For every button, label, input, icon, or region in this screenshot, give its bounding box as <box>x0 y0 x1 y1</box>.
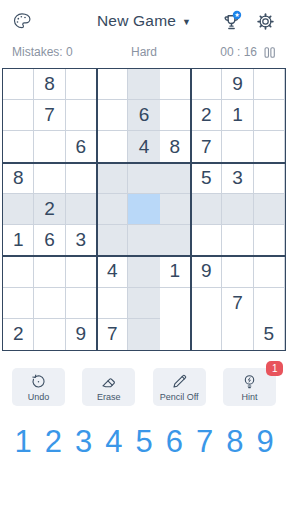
cell-r8c3[interactable] <box>66 288 97 319</box>
cell-r1c3[interactable] <box>66 69 97 100</box>
cell-r4c7[interactable]: 5 <box>191 163 222 194</box>
cell-r5c8[interactable] <box>222 194 253 225</box>
cell-r3c8[interactable] <box>222 131 253 162</box>
game-mode-title[interactable]: New Game <box>97 12 176 30</box>
cell-r8c2[interactable] <box>34 288 65 319</box>
status-bar: Mistakes: 0 Hard 00 : 16 <box>0 42 288 62</box>
numpad-4[interactable]: 4 <box>101 424 127 460</box>
cell-r8c8[interactable]: 7 <box>222 288 253 319</box>
cell-r1c7[interactable] <box>191 69 222 100</box>
cell-r6c2[interactable]: 6 <box>34 225 65 256</box>
cell-r3c3[interactable]: 6 <box>66 131 97 162</box>
cell-r5c5[interactable] <box>128 194 159 225</box>
cell-r8c1[interactable] <box>3 288 34 319</box>
cell-r6c7[interactable] <box>191 225 222 256</box>
cell-r6c6[interactable] <box>160 225 191 256</box>
cell-r4c1[interactable]: 8 <box>3 163 34 194</box>
hint-count-badge: 1 <box>266 361 283 376</box>
cell-r9c4[interactable]: 7 <box>97 319 128 350</box>
top-bar: New Game ▼ ★ <box>0 4 288 38</box>
cell-r2c4[interactable] <box>97 100 128 131</box>
numpad-7[interactable]: 7 <box>192 424 218 460</box>
cell-r5c1[interactable] <box>3 194 34 225</box>
cell-r2c2[interactable]: 7 <box>34 100 65 131</box>
cell-r9c5[interactable] <box>128 319 159 350</box>
hint-label: Hint <box>241 392 257 402</box>
settings-gear-icon[interactable] <box>255 11 276 32</box>
cell-r6c5[interactable] <box>128 225 159 256</box>
cell-r1c6[interactable] <box>160 69 191 100</box>
cell-r5c9[interactable] <box>254 194 285 225</box>
cell-r8c9[interactable] <box>254 288 285 319</box>
cell-r4c8[interactable]: 3 <box>222 163 253 194</box>
cell-r3c4[interactable] <box>97 131 128 162</box>
cell-r7c9[interactable] <box>254 256 285 287</box>
cell-r6c8[interactable] <box>222 225 253 256</box>
pencil-toggle-button[interactable]: Pencil Off <box>153 368 206 406</box>
cell-r9c9[interactable]: 5 <box>254 319 285 350</box>
cell-r8c7[interactable] <box>191 288 222 319</box>
cell-r5c6[interactable] <box>160 194 191 225</box>
cell-r5c4[interactable] <box>97 194 128 225</box>
cell-r4c3[interactable] <box>66 163 97 194</box>
toolbar: Undo Erase Pencil Off Hint 1 <box>12 368 276 406</box>
cell-r8c4[interactable] <box>97 288 128 319</box>
cell-r2c8[interactable]: 1 <box>222 100 253 131</box>
difficulty-label: Hard <box>0 45 288 59</box>
hint-button[interactable]: Hint 1 <box>223 368 276 406</box>
cell-r1c5[interactable] <box>128 69 159 100</box>
cell-r7c8[interactable] <box>222 256 253 287</box>
cell-r7c7[interactable]: 9 <box>191 256 222 287</box>
cell-r1c9[interactable] <box>254 69 285 100</box>
erase-button[interactable]: Erase <box>82 368 135 406</box>
numpad-8[interactable]: 8 <box>222 424 248 460</box>
cell-r5c3[interactable] <box>66 194 97 225</box>
cell-r6c1[interactable]: 1 <box>3 225 34 256</box>
cell-r2c1[interactable] <box>3 100 34 131</box>
numpad-2[interactable]: 2 <box>40 424 66 460</box>
cell-r6c4[interactable] <box>97 225 128 256</box>
undo-label: Undo <box>28 392 50 402</box>
cell-r3c7[interactable]: 7 <box>191 131 222 162</box>
cell-r4c5[interactable] <box>128 163 159 194</box>
trophy-awards-icon[interactable]: ★ <box>220 10 243 33</box>
cell-r5c7[interactable] <box>191 194 222 225</box>
cell-r3c1[interactable] <box>3 131 34 162</box>
pencil-label: Pencil Off <box>160 392 199 402</box>
cell-r8c5[interactable] <box>128 288 159 319</box>
chevron-down-icon: ▼ <box>182 15 191 27</box>
cell-r9c7[interactable] <box>191 319 222 350</box>
cell-r7c6[interactable]: 1 <box>160 256 191 287</box>
numpad-9[interactable]: 9 <box>252 424 278 460</box>
cell-r7c3[interactable] <box>66 256 97 287</box>
cell-r3c5[interactable]: 4 <box>128 131 159 162</box>
cell-r2c3[interactable] <box>66 100 97 131</box>
cell-r7c4[interactable]: 4 <box>97 256 128 287</box>
cell-r1c8[interactable]: 9 <box>222 69 253 100</box>
cell-r4c6[interactable] <box>160 163 191 194</box>
cell-r9c2[interactable] <box>34 319 65 350</box>
cell-r1c1[interactable] <box>3 69 34 100</box>
cell-r2c5[interactable]: 6 <box>128 100 159 131</box>
cell-r6c3[interactable]: 3 <box>66 225 97 256</box>
cell-r4c9[interactable] <box>254 163 285 194</box>
cell-r2c7[interactable]: 2 <box>191 100 222 131</box>
cell-r7c1[interactable] <box>3 256 34 287</box>
cell-r5c2[interactable]: 2 <box>34 194 65 225</box>
cell-r2c9[interactable] <box>254 100 285 131</box>
cell-r6c9[interactable] <box>254 225 285 256</box>
cell-r1c2[interactable]: 8 <box>34 69 65 100</box>
cell-r3c9[interactable] <box>254 131 285 162</box>
sudoku-board: 8976216487853216341972975 <box>2 68 286 351</box>
numpad-3[interactable]: 3 <box>71 424 97 460</box>
cell-r7c2[interactable] <box>34 256 65 287</box>
erase-label: Erase <box>97 392 121 402</box>
numpad-5[interactable]: 5 <box>131 424 157 460</box>
cell-r9c1[interactable]: 2 <box>3 319 34 350</box>
numpad-6[interactable]: 6 <box>161 424 187 460</box>
cell-r4c2[interactable] <box>34 163 65 194</box>
svg-text:★: ★ <box>234 11 240 18</box>
cell-r2c6[interactable] <box>160 100 191 131</box>
cell-r3c6[interactable]: 8 <box>160 131 191 162</box>
cell-r3c2[interactable] <box>34 131 65 162</box>
numpad-1[interactable]: 1 <box>10 424 36 460</box>
cell-r1c4[interactable] <box>97 69 128 100</box>
cell-r9c6[interactable] <box>160 319 191 350</box>
cell-r9c8[interactable] <box>222 319 253 350</box>
cell-r7c5[interactable] <box>128 256 159 287</box>
cell-r4c4[interactable] <box>97 163 128 194</box>
number-pad: 123456789 <box>10 424 278 460</box>
cell-r9c3[interactable]: 9 <box>66 319 97 350</box>
undo-button[interactable]: Undo <box>12 368 65 406</box>
theme-palette-icon[interactable] <box>12 11 32 31</box>
cell-r8c6[interactable] <box>160 288 191 319</box>
